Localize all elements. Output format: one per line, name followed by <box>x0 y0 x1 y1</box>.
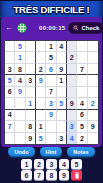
cell-r1c5[interactable]: 1 <box>46 41 56 52</box>
cell-r5c8[interactable] <box>77 87 87 98</box>
cell-r7c6[interactable] <box>57 110 67 121</box>
cell-r2c4[interactable] <box>36 52 46 63</box>
numpad-key-5[interactable]: 5 <box>71 159 82 169</box>
cell-r1c8[interactable] <box>77 41 87 52</box>
cell-r4c3[interactable]: 3 <box>26 75 36 86</box>
cell-r1c6[interactable]: 4 <box>57 41 67 52</box>
cell-r4c7[interactable] <box>67 75 77 86</box>
cell-r1c2[interactable]: 5 <box>15 41 25 52</box>
cell-r3c1[interactable]: 3 <box>5 64 15 75</box>
cell-r7c3[interactable] <box>26 110 36 121</box>
numpad-key-2[interactable]: 2 <box>34 159 45 169</box>
cell-r8c3[interactable]: 8 <box>26 121 36 132</box>
cell-r5c1[interactable]: 6 <box>5 87 15 98</box>
cell-r6c1[interactable] <box>5 98 15 109</box>
notes-button[interactable]: Notes <box>67 147 94 156</box>
cell-r6c2[interactable] <box>15 98 25 109</box>
sudoku-board: 5141523826975439169713594249678135995342 <box>4 40 99 145</box>
cell-r6c3[interactable]: 1 <box>26 98 36 109</box>
cell-r8c5[interactable] <box>46 121 56 132</box>
app-screen: TRÈS DIFFICILE ! ← 00:00:15 Check 514152… <box>0 0 103 183</box>
cell-r2c5[interactable]: 5 <box>46 52 56 63</box>
cell-r9c2[interactable] <box>15 133 25 144</box>
cell-r5c5[interactable]: 7 <box>46 87 56 98</box>
timer: 00:00:15 <box>39 25 65 31</box>
undo-button[interactable]: Undo <box>8 147 34 156</box>
cell-r5c2[interactable]: 9 <box>15 87 25 98</box>
cell-r3c8[interactable]: 7 <box>77 64 87 75</box>
numpad-key-9[interactable]: 9 <box>59 170 70 180</box>
cell-r8c8[interactable]: 5 <box>77 121 87 132</box>
cell-r5c4[interactable] <box>36 87 46 98</box>
cell-r8c2[interactable] <box>15 121 25 132</box>
cell-r7c8[interactable]: 6 <box>77 110 87 121</box>
cell-r2c7[interactable]: 2 <box>67 52 77 63</box>
cell-r8c9[interactable]: 9 <box>88 121 98 132</box>
cell-r9c7[interactable]: 4 <box>67 133 77 144</box>
cell-r4c1[interactable]: 5 <box>5 75 15 86</box>
cell-r2c8[interactable] <box>77 52 87 63</box>
cell-r6c9[interactable]: 2 <box>88 98 98 109</box>
check-button[interactable]: Check <box>68 22 103 34</box>
cell-r6c5[interactable]: 3 <box>46 98 56 109</box>
cell-r1c4[interactable] <box>36 41 46 52</box>
delete-button[interactable] <box>71 170 82 180</box>
cell-r3c2[interactable]: 8 <box>15 64 25 75</box>
difficulty-title: TRÈS DIFFICILE ! <box>14 4 90 15</box>
cell-r8c6[interactable] <box>57 121 67 132</box>
cell-r6c6[interactable]: 5 <box>57 98 67 109</box>
cell-r2c2[interactable]: 1 <box>15 52 25 63</box>
cell-r6c7[interactable]: 9 <box>67 98 77 109</box>
cell-r7c4[interactable] <box>36 110 46 121</box>
cell-r4c6[interactable]: 1 <box>57 75 67 86</box>
cell-r7c9[interactable] <box>88 110 98 121</box>
cell-r4c9[interactable] <box>88 75 98 86</box>
cell-r3c9[interactable] <box>88 64 98 75</box>
sudoku-logo-icon <box>17 23 27 33</box>
cell-r5c7[interactable] <box>67 87 77 98</box>
cell-r5c9[interactable] <box>88 87 98 98</box>
cell-r4c2[interactable]: 4 <box>15 75 25 86</box>
cell-r9c5[interactable] <box>46 133 56 144</box>
action-buttons: Undo Hint Notes <box>0 147 103 156</box>
cell-r2c9[interactable] <box>88 52 98 63</box>
numpad-key-3[interactable]: 3 <box>46 159 57 169</box>
numpad-key-7[interactable]: 7 <box>34 170 45 180</box>
cell-r1c7[interactable] <box>67 41 77 52</box>
cell-r9c9[interactable] <box>88 133 98 144</box>
cell-r3c5[interactable]: 6 <box>46 64 56 75</box>
cell-r8c1[interactable]: 7 <box>5 121 15 132</box>
cell-r2c1[interactable] <box>5 52 15 63</box>
trash-icon <box>74 172 80 179</box>
cell-r7c5[interactable]: 9 <box>46 110 56 121</box>
cell-r9c8[interactable]: 2 <box>77 133 87 144</box>
numpad-key-4[interactable]: 4 <box>59 159 70 169</box>
numpad-key-1[interactable]: 1 <box>21 159 32 169</box>
cell-r5c6[interactable] <box>57 87 67 98</box>
cell-r3c7[interactable] <box>67 64 77 75</box>
cell-r7c1[interactable]: 4 <box>5 110 15 121</box>
numpad-key-6[interactable]: 6 <box>21 170 32 180</box>
numpad-row-1: 12345 <box>0 159 103 169</box>
cell-r2c6[interactable] <box>57 52 67 63</box>
cell-r3c6[interactable]: 9 <box>57 64 67 75</box>
cell-r6c8[interactable]: 4 <box>77 98 87 109</box>
cell-r9c1[interactable] <box>5 133 15 144</box>
cell-r4c5[interactable] <box>46 75 56 86</box>
cell-r5c3[interactable] <box>26 87 36 98</box>
cell-r9c6[interactable]: 3 <box>57 133 67 144</box>
cell-r8c7[interactable]: 3 <box>67 121 77 132</box>
cell-r1c3[interactable] <box>26 41 36 52</box>
difficulty-banner: TRÈS DIFFICILE ! <box>0 0 103 18</box>
cell-r7c7[interactable] <box>67 110 77 121</box>
back-button[interactable]: ← <box>4 24 14 32</box>
cell-r2c3[interactable] <box>26 52 36 63</box>
cell-r4c4[interactable]: 9 <box>36 75 46 86</box>
cell-r3c4[interactable]: 2 <box>36 64 46 75</box>
cell-r7c2[interactable] <box>15 110 25 121</box>
cell-r9c3[interactable]: 9 <box>26 133 36 144</box>
magnifier-icon <box>73 25 79 31</box>
numpad-key-8[interactable]: 8 <box>46 170 57 180</box>
cell-r9c4[interactable]: 5 <box>36 133 46 144</box>
cell-r6c4[interactable] <box>36 98 46 109</box>
cell-r1c9[interactable] <box>88 41 98 52</box>
check-label: Check <box>81 25 99 31</box>
header-bar: ← 00:00:15 Check <box>4 20 99 35</box>
hint-button[interactable]: Hint <box>40 147 63 156</box>
cell-r1c1[interactable] <box>5 41 15 52</box>
cell-r4c8[interactable] <box>77 75 87 86</box>
cell-r3c3[interactable] <box>26 64 36 75</box>
cell-r8c4[interactable]: 1 <box>36 121 46 132</box>
numpad-row-2: 6789 <box>0 170 103 180</box>
